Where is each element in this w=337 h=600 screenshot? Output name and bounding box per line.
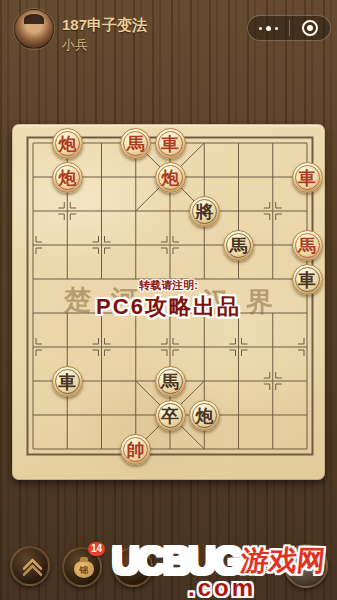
piece-character: 炮 [53,163,82,194]
river-label-right: 汉界 [202,284,290,320]
more-icon [275,27,278,30]
level-title: 187申子变法 [62,16,147,35]
piece-black-卒[interactable]: 卒 [155,400,186,431]
more-icon [266,26,271,31]
undo-button[interactable]: ↺ [113,547,153,587]
undo-icon: ↺ [115,557,151,579]
more-icon [259,27,262,30]
settings-button[interactable] [284,544,328,588]
logo-domain: .com [188,574,256,600]
piece-red-炮[interactable]: 炮 [52,128,83,159]
piece-character: 炮 [190,401,219,432]
player-rank-label: 小兵 [62,36,88,54]
miniprogram-capsule [247,15,331,41]
piece-black-車[interactable]: 車 [292,264,323,295]
piece-black-炮[interactable]: 炮 [189,400,220,431]
piece-black-馬[interactable]: 馬 [155,366,186,397]
close-icon [302,20,318,36]
piece-character: 馬 [121,129,150,160]
piece-red-帥[interactable]: 帥 [120,434,151,465]
logo-part2: CBUG [137,540,241,582]
piece-black-將[interactable]: 將 [189,196,220,227]
piece-black-車[interactable]: 車 [52,366,83,397]
expand-menu-button[interactable] [10,546,50,586]
app-window: 187申子变法 小兵 楚河 汉界 炮馬車炮炮車馬帥將馬車車馬卒炮 转载请注明: … [0,0,337,600]
piece-character: 車 [53,367,82,398]
piece-character: 車 [293,265,322,296]
piece-character: 馬 [224,231,253,262]
more-button[interactable] [248,16,289,40]
piece-character: 炮 [156,163,185,194]
piece-character: 車 [156,129,185,160]
piece-red-炮[interactable]: 炮 [155,162,186,193]
piece-red-炮[interactable]: 炮 [52,162,83,193]
money-bag-icon: 锦 [74,561,94,578]
bag-label: 锦 [74,564,94,577]
piece-black-馬[interactable]: 馬 [223,230,254,261]
hint-count-badge: 14 [88,542,105,556]
piece-red-馬[interactable]: 馬 [120,128,151,159]
piece-red-車[interactable]: 車 [292,162,323,193]
player-avatar [14,9,54,49]
piece-character: 馬 [156,367,185,398]
piece-character: 帥 [121,435,150,466]
piece-character: 馬 [293,231,322,262]
piece-character: 車 [293,163,322,194]
piece-character: 將 [190,197,219,228]
piece-character: 卒 [156,401,185,432]
close-button[interactable] [290,16,331,40]
piece-red-馬[interactable]: 馬 [292,230,323,261]
piece-character: 炮 [53,129,82,160]
piece-red-車[interactable]: 車 [155,128,186,159]
river-label-left: 楚河 [64,282,158,318]
